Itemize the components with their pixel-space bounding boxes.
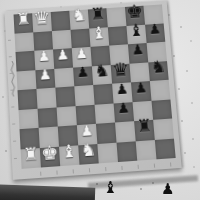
square-c3[interactable] — [57, 106, 77, 127]
square-d8[interactable]: ♞ — [69, 9, 89, 29]
square-h7[interactable]: ♟ — [145, 23, 165, 43]
square-e3[interactable] — [95, 103, 115, 124]
square-a1[interactable]: ♜ — [21, 148, 41, 169]
board-squares: ♜♛♞♜♚♝♝♟♟♟♟♟♟♟♞♛♞♟♟♟♟♜♜♚♝♞ — [14, 4, 176, 168]
square-e7[interactable]: ♝ — [89, 27, 109, 47]
square-d4[interactable] — [74, 85, 94, 106]
square-e4[interactable] — [93, 84, 113, 105]
piece-black-pawn-d5[interactable]: ♟ — [73, 62, 93, 82]
piece-black-bishop-g7[interactable]: ♝ — [126, 20, 146, 40]
square-c4[interactable] — [55, 86, 75, 107]
square-f1[interactable] — [116, 141, 137, 162]
piece-black-pawn-f4[interactable]: ♟ — [112, 78, 132, 99]
square-h1[interactable] — [155, 138, 176, 159]
square-g1[interactable] — [136, 139, 157, 160]
square-d5[interactable]: ♟ — [73, 66, 93, 86]
square-g6[interactable]: ♟ — [128, 43, 148, 63]
square-g4[interactable]: ♟ — [131, 81, 152, 102]
square-a7[interactable] — [15, 32, 35, 52]
square-b8[interactable]: ♛ — [32, 12, 52, 32]
table-speckles — [0, 0, 2, 2]
piece-white-pawn-b6[interactable]: ♟ — [34, 46, 54, 66]
square-c1[interactable]: ♝ — [59, 145, 80, 166]
square-h4[interactable] — [150, 80, 171, 101]
piece-black-pawn-g6[interactable]: ♟ — [128, 39, 148, 59]
square-a4[interactable] — [17, 89, 37, 110]
square-a8[interactable]: ♜ — [14, 13, 34, 33]
square-c6[interactable]: ♟ — [53, 48, 73, 68]
table-edge — [0, 184, 95, 200]
square-g2[interactable]: ♜ — [134, 120, 155, 141]
square-h5[interactable]: ♞ — [148, 61, 168, 81]
square-c8[interactable] — [51, 11, 71, 31]
square-f8[interactable] — [106, 7, 126, 27]
board-wrap: ♜♛♞♜♚♝♝♟♟♟♟♟♟♟♞♛♞♟♟♟♟♜♜♚♝♞ — [5, 0, 182, 180]
square-e2[interactable] — [96, 122, 117, 143]
piece-black-king-g8[interactable]: ♚ — [125, 2, 145, 22]
square-b1[interactable]: ♚ — [40, 146, 60, 167]
piece-black-rook-g2[interactable]: ♜ — [134, 116, 155, 137]
piece-white-pawn-d6[interactable]: ♟ — [72, 43, 92, 63]
square-h3[interactable] — [151, 99, 172, 120]
piece-black-pawn-h7[interactable]: ♟ — [145, 19, 165, 39]
square-e1[interactable] — [97, 142, 118, 163]
piece-white-rook-a8[interactable]: ♜ — [13, 9, 33, 29]
piece-white-knight-d8[interactable]: ♞ — [69, 6, 89, 26]
piece-white-queen-b8[interactable]: ♛ — [32, 8, 52, 28]
square-d1[interactable]: ♞ — [78, 144, 99, 165]
captured-black-bishop[interactable]: ♝ — [103, 180, 117, 196]
square-a3[interactable] — [19, 108, 39, 129]
piece-black-pawn-g4[interactable]: ♟ — [131, 77, 151, 98]
square-f7[interactable] — [108, 26, 128, 46]
piece-white-pawn-d2[interactable]: ♟ — [77, 120, 97, 141]
square-e5[interactable]: ♞ — [92, 65, 112, 85]
square-c5[interactable] — [54, 67, 74, 87]
captured-black-pawn[interactable]: ♟ — [161, 182, 174, 197]
piece-white-rook-a1[interactable]: ♜ — [20, 144, 40, 165]
piece-black-knight-h5[interactable]: ♞ — [148, 57, 168, 77]
photo-scene: ♜♛♞♜♚♝♝♟♟♟♟♟♟♟♞♛♞♟♟♟♟♜♜♚♝♞ ♝ ♟ — [0, 0, 200, 200]
square-f3[interactable]: ♟ — [114, 102, 135, 123]
piece-white-pawn-b5[interactable]: ♟ — [35, 65, 55, 85]
piece-white-pawn-c6[interactable]: ♟ — [53, 44, 73, 64]
square-b5[interactable]: ♟ — [35, 68, 55, 88]
square-a5[interactable] — [16, 70, 36, 90]
square-b3[interactable] — [38, 107, 58, 128]
piece-white-knight-d1[interactable]: ♞ — [78, 139, 99, 160]
piece-white-king-b1[interactable]: ♚ — [40, 142, 60, 163]
square-a6[interactable] — [15, 51, 35, 71]
piece-black-pawn-f3[interactable]: ♟ — [113, 98, 134, 119]
square-f2[interactable] — [115, 121, 136, 142]
piece-black-queen-f5[interactable]: ♛ — [110, 59, 130, 79]
chess-board: ♜♛♞♜♚♝♝♟♟♟♟♟♟♟♞♛♞♟♟♟♟♜♜♚♝♞ — [5, 0, 182, 180]
piece-black-knight-e5[interactable]: ♞ — [92, 61, 112, 81]
square-h2[interactable] — [153, 118, 174, 139]
piece-white-bishop-e7[interactable]: ♝ — [89, 23, 109, 43]
piece-black-rook-e8[interactable]: ♜ — [88, 4, 108, 24]
square-b4[interactable] — [36, 88, 56, 109]
piece-white-bishop-c1[interactable]: ♝ — [59, 141, 79, 162]
